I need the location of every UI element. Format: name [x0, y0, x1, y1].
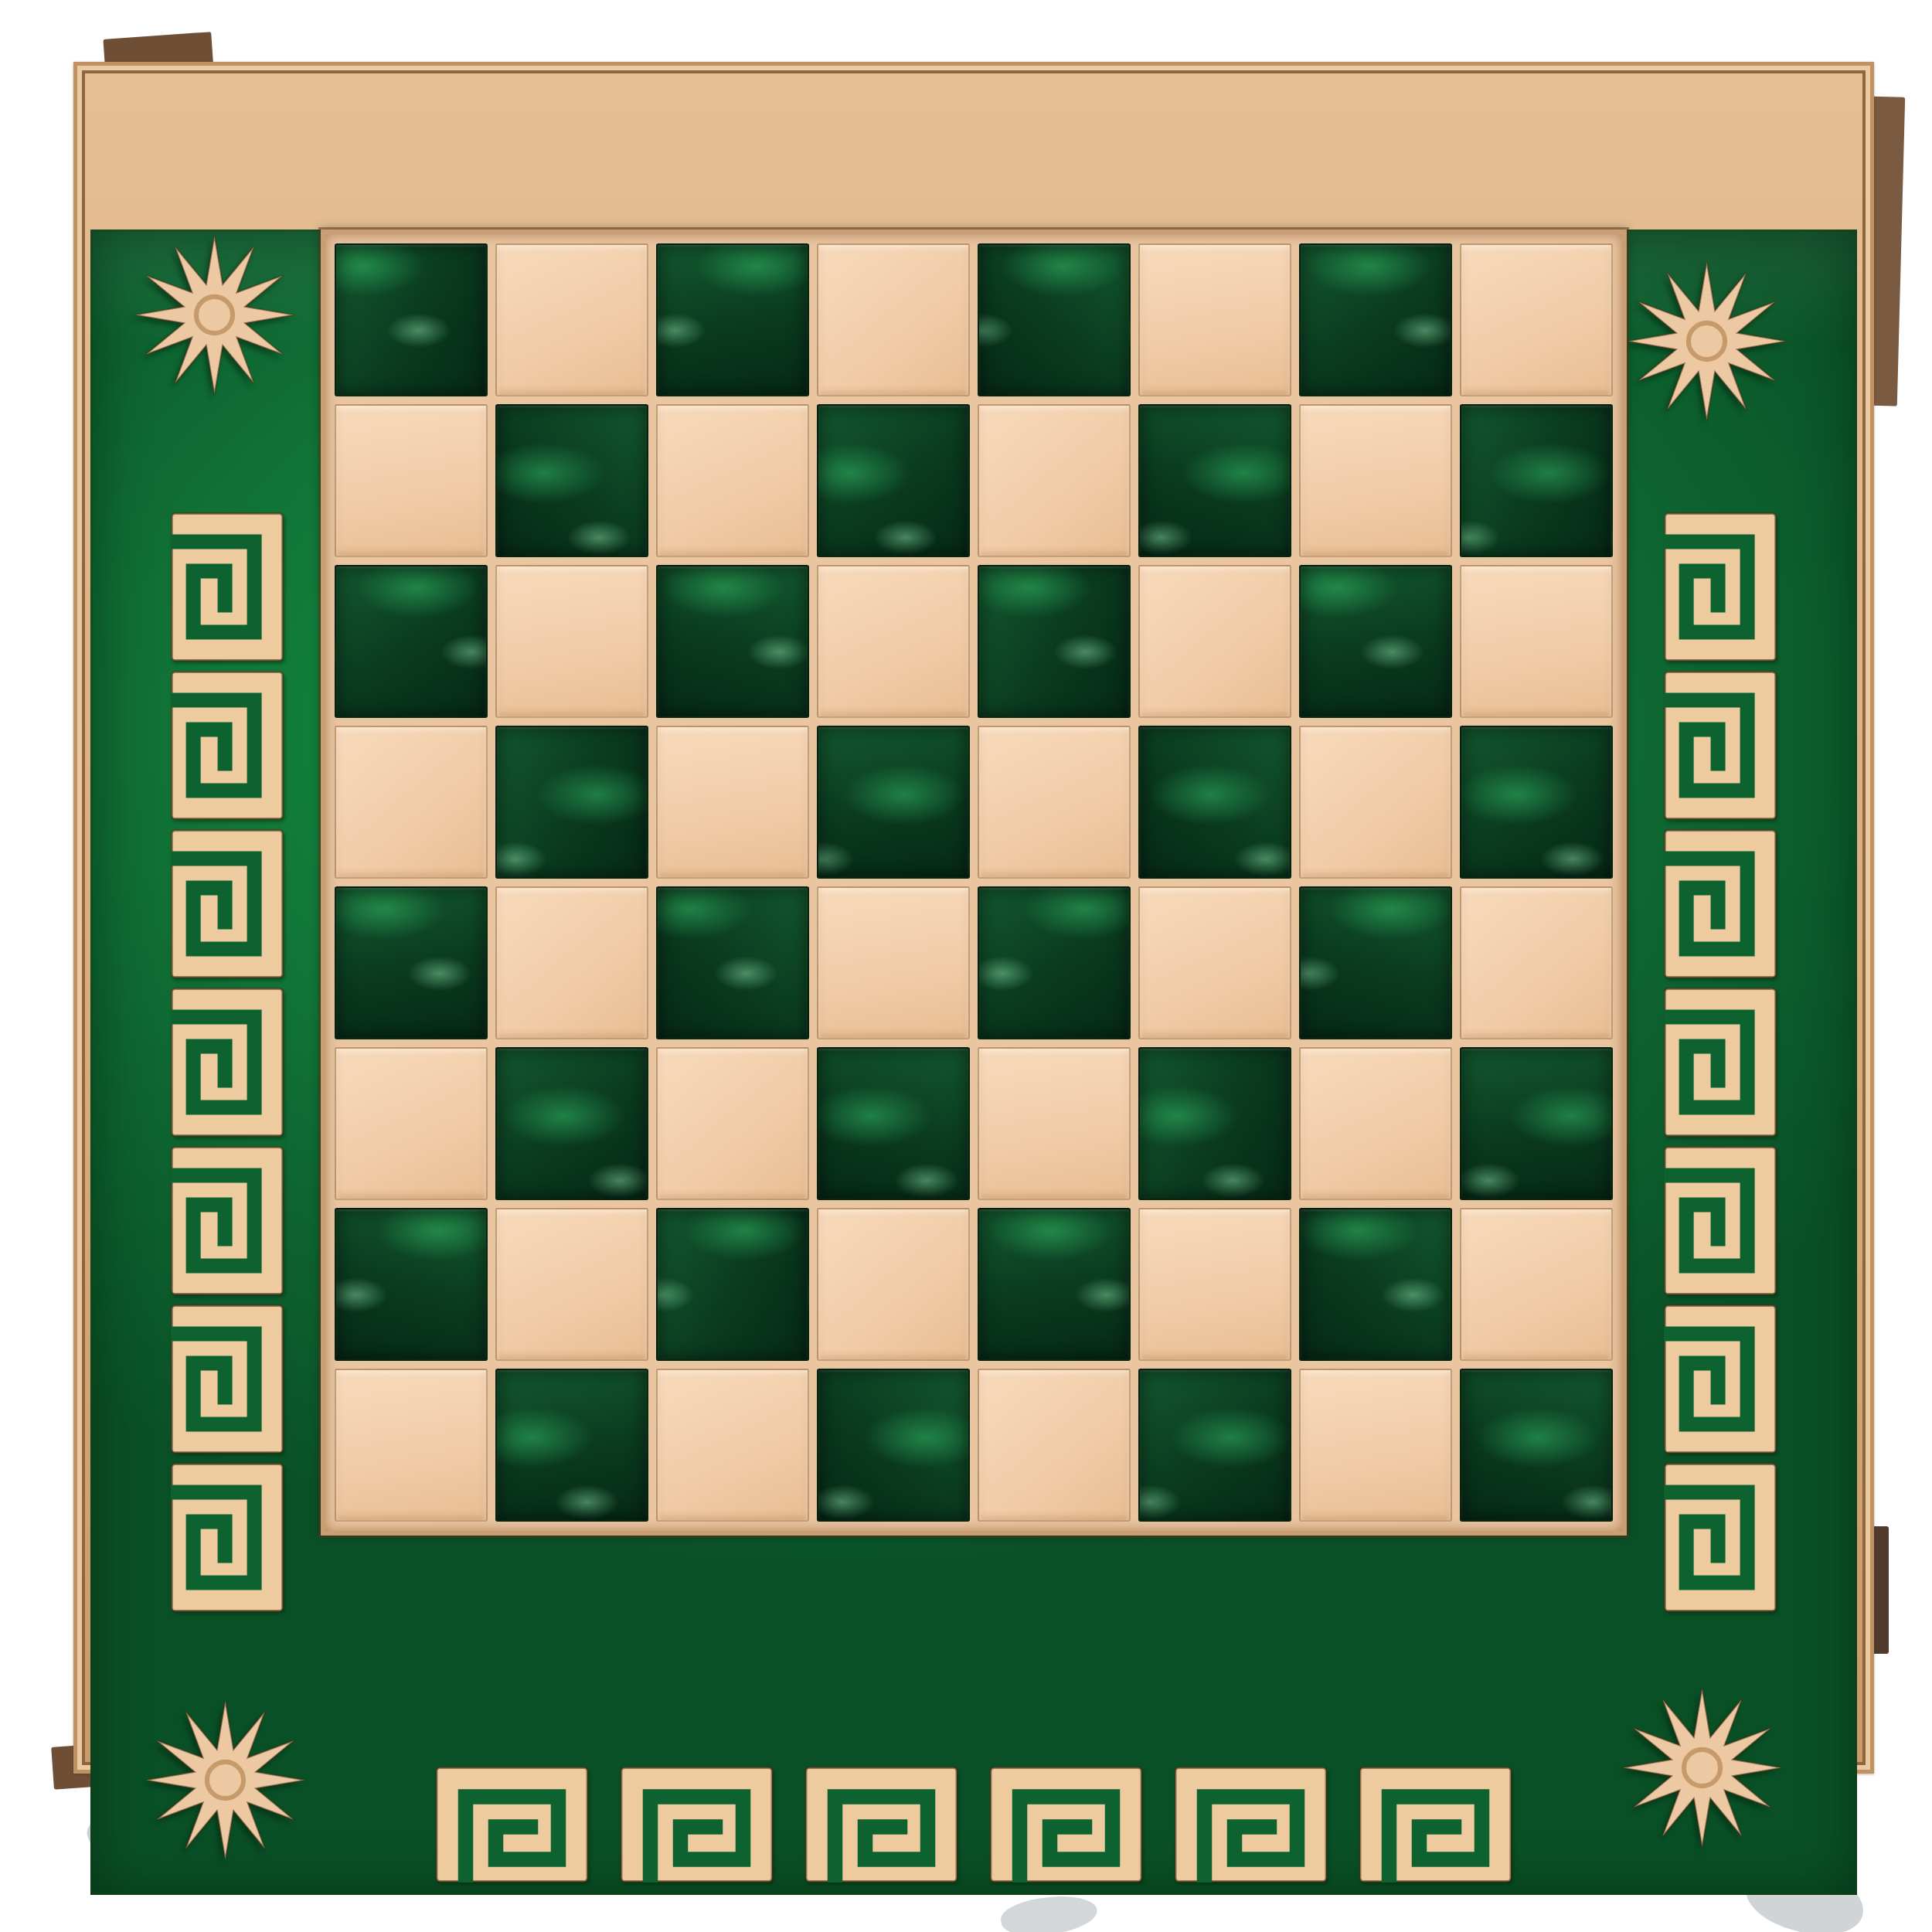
- background-shadow-artifact: [998, 1891, 1099, 1932]
- square-d7[interactable]: [817, 404, 970, 557]
- square-b8[interactable]: [495, 243, 648, 396]
- square-h8[interactable]: [1460, 243, 1613, 396]
- square-h2[interactable]: [1460, 1208, 1613, 1361]
- square-b1[interactable]: [495, 1369, 648, 1522]
- square-d4[interactable]: [817, 886, 970, 1039]
- square-a2[interactable]: [335, 1208, 488, 1361]
- square-g3[interactable]: [1299, 1047, 1452, 1200]
- meander-unit: [1662, 829, 1778, 978]
- meander-unit: [169, 512, 285, 662]
- sun-ornament-icon: [1628, 262, 1786, 420]
- square-f7[interactable]: [1138, 404, 1291, 557]
- square-g1[interactable]: [1299, 1369, 1452, 1522]
- meander-unit: [1349, 1767, 1522, 1883]
- square-d6[interactable]: [817, 565, 970, 718]
- square-h1[interactable]: [1460, 1369, 1613, 1522]
- square-h6[interactable]: [1460, 565, 1613, 718]
- square-c2[interactable]: [656, 1208, 809, 1361]
- meander-unit: [169, 829, 285, 978]
- meander-unit: [1662, 988, 1778, 1137]
- square-g2[interactable]: [1299, 1208, 1452, 1361]
- meander-unit: [1662, 1463, 1778, 1612]
- meander-border-left: [169, 512, 285, 1612]
- meander-unit: [169, 1146, 285, 1295]
- square-g4[interactable]: [1299, 886, 1452, 1039]
- square-f4[interactable]: [1138, 886, 1291, 1039]
- square-d5[interactable]: [817, 726, 970, 879]
- square-a1[interactable]: [335, 1369, 488, 1522]
- square-c5[interactable]: [656, 726, 809, 879]
- square-b2[interactable]: [495, 1208, 648, 1361]
- square-f5[interactable]: [1138, 726, 1291, 879]
- square-c6[interactable]: [656, 565, 809, 718]
- square-e3[interactable]: [978, 1047, 1131, 1200]
- square-d1[interactable]: [817, 1369, 970, 1522]
- square-b6[interactable]: [495, 565, 648, 718]
- square-g5[interactable]: [1299, 726, 1452, 879]
- square-h7[interactable]: [1460, 404, 1613, 557]
- square-c3[interactable]: [656, 1047, 809, 1200]
- meander-unit: [425, 1767, 599, 1883]
- square-f8[interactable]: [1138, 243, 1291, 396]
- square-g8[interactable]: [1299, 243, 1452, 396]
- square-c1[interactable]: [656, 1369, 809, 1522]
- sun-ornament-icon: [146, 1701, 304, 1859]
- square-e8[interactable]: [978, 243, 1131, 396]
- square-b3[interactable]: [495, 1047, 648, 1200]
- page: { "game": "chess", "description": "Overh…: [0, 0, 1932, 1932]
- board-border-enamel: [90, 230, 1857, 1895]
- square-c7[interactable]: [656, 404, 809, 557]
- meander-unit: [1662, 671, 1778, 820]
- square-d3[interactable]: [817, 1047, 970, 1200]
- square-g7[interactable]: [1299, 404, 1452, 557]
- square-h3[interactable]: [1460, 1047, 1613, 1200]
- square-d2[interactable]: [817, 1208, 970, 1361]
- sun-ornament-icon: [1623, 1689, 1781, 1847]
- meander-unit: [1164, 1767, 1338, 1883]
- square-f3[interactable]: [1138, 1047, 1291, 1200]
- square-f6[interactable]: [1138, 565, 1291, 718]
- meander-unit: [1662, 512, 1778, 662]
- meander-unit: [169, 1304, 285, 1454]
- meander-unit: [1662, 1304, 1778, 1454]
- square-e7[interactable]: [978, 404, 1131, 557]
- square-f2[interactable]: [1138, 1208, 1291, 1361]
- meander-unit: [169, 1463, 285, 1612]
- square-e2[interactable]: [978, 1208, 1131, 1361]
- meander-unit: [794, 1767, 968, 1883]
- square-g6[interactable]: [1299, 565, 1452, 718]
- square-a3[interactable]: [335, 1047, 488, 1200]
- meander-unit: [169, 671, 285, 820]
- sun-ornament-icon: [135, 236, 294, 394]
- square-e1[interactable]: [978, 1369, 1131, 1522]
- square-b4[interactable]: [495, 886, 648, 1039]
- square-a5[interactable]: [335, 726, 488, 879]
- playing-grid: [321, 230, 1627, 1536]
- square-e6[interactable]: [978, 565, 1131, 718]
- square-a8[interactable]: [335, 243, 488, 396]
- square-f1[interactable]: [1138, 1369, 1291, 1522]
- meander-unit: [1662, 1146, 1778, 1295]
- square-a7[interactable]: [335, 404, 488, 557]
- meander-unit: [610, 1767, 784, 1883]
- square-e5[interactable]: [978, 726, 1131, 879]
- meander-border-bottom: [425, 1767, 1522, 1883]
- square-a6[interactable]: [335, 565, 488, 718]
- square-c4[interactable]: [656, 886, 809, 1039]
- square-h5[interactable]: [1460, 726, 1613, 879]
- square-c8[interactable]: [656, 243, 809, 396]
- square-h4[interactable]: [1460, 886, 1613, 1039]
- meander-unit: [169, 988, 285, 1137]
- meander-border-right: [1662, 512, 1778, 1612]
- square-d8[interactable]: [817, 243, 970, 396]
- chess-board: [73, 62, 1874, 1774]
- square-a4[interactable]: [335, 886, 488, 1039]
- square-b5[interactable]: [495, 726, 648, 879]
- square-e4[interactable]: [978, 886, 1131, 1039]
- square-b7[interactable]: [495, 404, 648, 557]
- meander-unit: [979, 1767, 1153, 1883]
